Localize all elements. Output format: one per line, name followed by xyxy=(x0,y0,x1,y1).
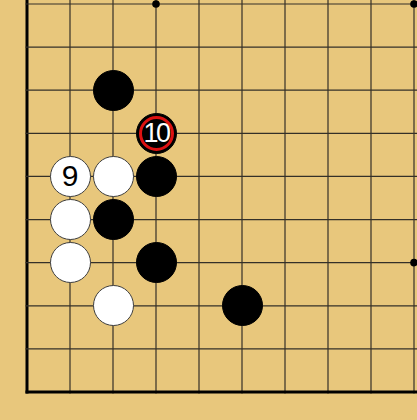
board-surface[interactable] xyxy=(25,0,417,394)
go-diagram: 109 xyxy=(0,0,417,420)
